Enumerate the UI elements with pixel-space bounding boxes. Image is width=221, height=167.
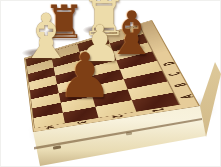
dark-pawn-glyph: ♟ xyxy=(57,45,113,107)
file-letter-label: C xyxy=(166,71,182,77)
rank-number-label: 4 xyxy=(45,125,56,129)
chess-set-product-photo: 4321ABCD ♜♜♝♝♟♟ xyxy=(0,0,221,167)
file-letter-label: A xyxy=(178,94,196,100)
file-letter-label: B xyxy=(172,82,189,88)
file-letter-label: D xyxy=(161,61,177,67)
